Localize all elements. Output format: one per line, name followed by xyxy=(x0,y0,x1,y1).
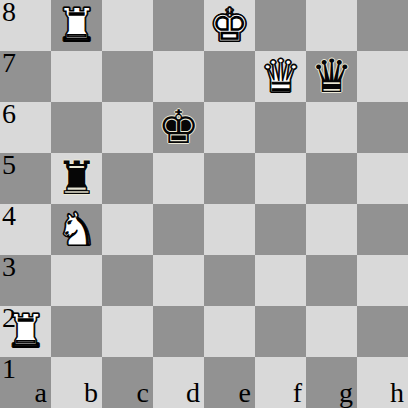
square-e4[interactable] xyxy=(204,204,255,255)
square-f5[interactable] xyxy=(255,153,306,204)
square-f6[interactable] xyxy=(255,102,306,153)
square-e1[interactable] xyxy=(204,357,255,408)
square-a3[interactable] xyxy=(0,255,51,306)
square-e6[interactable] xyxy=(204,102,255,153)
square-g5[interactable] xyxy=(306,153,357,204)
square-c1[interactable] xyxy=(102,357,153,408)
square-h4[interactable] xyxy=(357,204,408,255)
square-c3[interactable] xyxy=(102,255,153,306)
square-g3[interactable] xyxy=(306,255,357,306)
square-f2[interactable] xyxy=(255,306,306,357)
square-d3[interactable] xyxy=(153,255,204,306)
square-h7[interactable] xyxy=(357,51,408,102)
square-b1[interactable] xyxy=(51,357,102,408)
square-f4[interactable] xyxy=(255,204,306,255)
square-e8[interactable]: ♚ xyxy=(204,0,255,51)
square-b7[interactable] xyxy=(51,51,102,102)
piece-black-queen[interactable]: ♛ xyxy=(311,51,352,102)
square-f1[interactable] xyxy=(255,357,306,408)
piece-white-rook[interactable]: ♜ xyxy=(5,306,46,357)
square-g8[interactable] xyxy=(306,0,357,51)
square-d6[interactable]: ♚ xyxy=(153,102,204,153)
piece-white-king[interactable]: ♚ xyxy=(209,0,250,51)
square-f3[interactable] xyxy=(255,255,306,306)
square-b6[interactable] xyxy=(51,102,102,153)
square-d8[interactable] xyxy=(153,0,204,51)
square-h6[interactable] xyxy=(357,102,408,153)
square-g1[interactable] xyxy=(306,357,357,408)
square-h1[interactable] xyxy=(357,357,408,408)
square-f8[interactable] xyxy=(255,0,306,51)
square-c4[interactable] xyxy=(102,204,153,255)
square-a4[interactable] xyxy=(0,204,51,255)
square-b2[interactable] xyxy=(51,306,102,357)
square-c8[interactable] xyxy=(102,0,153,51)
square-a7[interactable] xyxy=(0,51,51,102)
square-e3[interactable] xyxy=(204,255,255,306)
piece-white-rook[interactable]: ♜ xyxy=(56,0,97,51)
square-b4[interactable]: ♞ xyxy=(51,204,102,255)
square-h3[interactable] xyxy=(357,255,408,306)
square-e7[interactable] xyxy=(204,51,255,102)
square-d4[interactable] xyxy=(153,204,204,255)
square-d5[interactable] xyxy=(153,153,204,204)
square-h8[interactable] xyxy=(357,0,408,51)
square-f7[interactable]: ♛ xyxy=(255,51,306,102)
square-c2[interactable] xyxy=(102,306,153,357)
square-d1[interactable] xyxy=(153,357,204,408)
piece-white-knight[interactable]: ♞ xyxy=(56,204,97,255)
piece-white-queen[interactable]: ♛ xyxy=(260,51,301,102)
square-b5[interactable]: ♜ xyxy=(51,153,102,204)
square-a6[interactable] xyxy=(0,102,51,153)
square-d7[interactable] xyxy=(153,51,204,102)
square-a5[interactable] xyxy=(0,153,51,204)
square-c6[interactable] xyxy=(102,102,153,153)
square-b3[interactable] xyxy=(51,255,102,306)
square-c7[interactable] xyxy=(102,51,153,102)
square-b8[interactable]: ♜ xyxy=(51,0,102,51)
square-e5[interactable] xyxy=(204,153,255,204)
square-c5[interactable] xyxy=(102,153,153,204)
square-g7[interactable]: ♛ xyxy=(306,51,357,102)
chess-board: ♜♚♛♛♚♜♞♜87654321abcdefgh xyxy=(0,0,408,408)
square-e2[interactable] xyxy=(204,306,255,357)
square-g2[interactable] xyxy=(306,306,357,357)
square-a8[interactable] xyxy=(0,0,51,51)
square-a1[interactable] xyxy=(0,357,51,408)
square-d2[interactable] xyxy=(153,306,204,357)
square-g4[interactable] xyxy=(306,204,357,255)
piece-black-king[interactable]: ♚ xyxy=(158,102,199,153)
square-g6[interactable] xyxy=(306,102,357,153)
square-h5[interactable] xyxy=(357,153,408,204)
square-h2[interactable] xyxy=(357,306,408,357)
square-a2[interactable]: ♜ xyxy=(0,306,51,357)
piece-black-rook[interactable]: ♜ xyxy=(56,153,97,204)
